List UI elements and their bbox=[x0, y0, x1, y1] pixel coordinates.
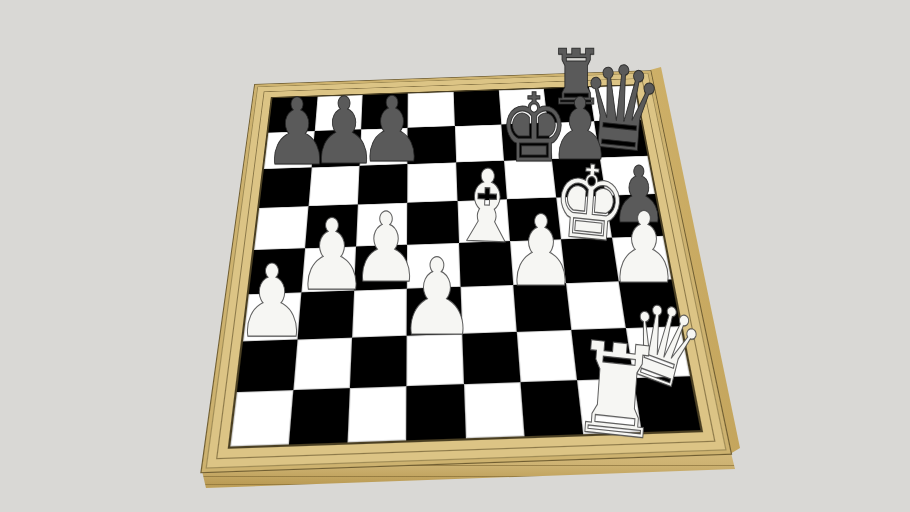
square-f2[interactable] bbox=[516, 330, 576, 382]
square-e8[interactable] bbox=[453, 90, 501, 126]
piece-white-pawn-f4[interactable]: ♟ bbox=[505, 202, 577, 300]
piece-white-rook-g1[interactable]: ♜ bbox=[566, 324, 667, 459]
piece-black-pawn-a7[interactable]: ♟ bbox=[263, 87, 331, 179]
piece-white-pawn-d3[interactable]: ♟ bbox=[398, 245, 476, 351]
square-a1[interactable] bbox=[230, 390, 293, 447]
piece-white-pawn-a3[interactable]: ♟ bbox=[235, 252, 309, 352]
square-d1[interactable] bbox=[407, 384, 466, 440]
square-e1[interactable] bbox=[463, 382, 524, 438]
square-c1[interactable] bbox=[348, 386, 407, 442]
square-b1[interactable] bbox=[289, 388, 350, 444]
scene-background: ♟♟♟♚♟♛♜♟♝♚♟♟♟♟♟♟♛♜ bbox=[0, 0, 910, 512]
